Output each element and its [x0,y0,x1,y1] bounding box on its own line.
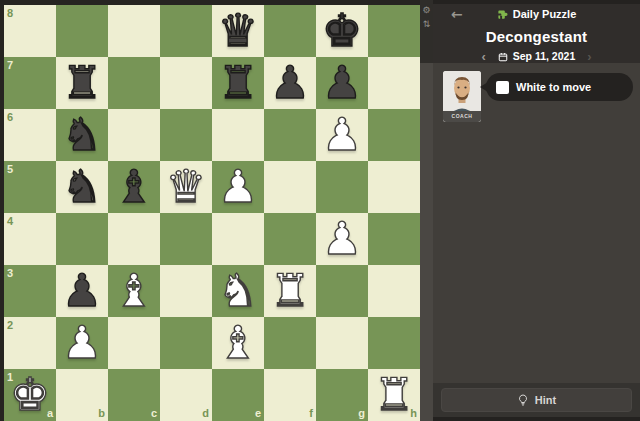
square-h3[interactable] [368,265,420,317]
square-a4[interactable]: 4 [4,213,56,265]
white-pawn-g4[interactable]: ♟ [316,213,368,265]
square-h5[interactable] [368,161,420,213]
square-d3[interactable] [160,265,212,317]
square-c4[interactable] [108,213,160,265]
white-bishop-e2[interactable]: ♝ [212,317,264,369]
file-label-d: d [202,408,209,419]
square-c6[interactable] [108,109,160,161]
square-f8[interactable] [264,5,316,57]
rank-label-6: 6 [7,112,13,123]
square-c1[interactable]: c [108,369,160,421]
black-queen-e8[interactable]: ♛ [212,5,264,57]
square-d1[interactable]: d [160,369,212,421]
white-pawn-e5[interactable]: ♟ [212,161,264,213]
daily-puzzle-icon [497,9,508,22]
puzzle-date[interactable]: Sep 11, 2021 [513,50,575,62]
black-rook-e7[interactable]: ♜ [212,57,264,109]
square-b4[interactable] [56,213,108,265]
square-a8[interactable]: 8 [4,5,56,57]
square-f5[interactable] [264,161,316,213]
square-h2[interactable] [368,317,420,369]
puzzle-title: Decongestant [433,28,640,45]
square-a7[interactable]: 7 [4,57,56,109]
next-puzzle-chevron[interactable]: › [587,49,591,64]
black-knight-b5[interactable]: ♞ [56,161,108,213]
coach-section: COACH White to move [433,63,640,383]
square-h4[interactable] [368,213,420,265]
chess-board[interactable]: 87654321abcdefgh♛♚♜♜♟♟♞♟♞♝♛♟♟♟♝♞♜♟♝♚♜ [4,5,420,421]
file-label-g: g [358,408,365,419]
rank-label-2: 2 [7,320,13,331]
square-b1[interactable]: b [56,369,108,421]
board-controls-rail: ⚙ ⇅ [420,0,433,421]
square-e4[interactable] [212,213,264,265]
black-rook-b7[interactable]: ♜ [56,57,108,109]
white-king-a1[interactable]: ♚ [4,369,56,421]
lightbulb-icon [517,394,529,406]
file-label-f: f [309,408,313,419]
date-navigation: ‹ Sep 11, 2021› [433,49,640,64]
puzzle-header: ← Daily Puzzle Decongestant ‹ [433,4,640,63]
prev-puzzle-chevron[interactable]: ‹ [481,49,485,64]
coach-avatar: COACH [443,71,481,122]
black-pawn-f7[interactable]: ♟ [264,57,316,109]
rank-label-7: 7 [7,60,13,71]
rank-label-8: 8 [7,8,13,19]
black-bishop-c5[interactable]: ♝ [108,161,160,213]
rank-label-5: 5 [7,164,13,175]
white-rook-h1[interactable]: ♜ [368,369,420,421]
square-g2[interactable] [316,317,368,369]
rank-label-3: 3 [7,268,13,279]
file-label-c: c [151,408,157,419]
white-queen-d5[interactable]: ♛ [160,161,212,213]
puzzle-mode-label: Daily Puzzle [513,8,577,20]
square-f1[interactable]: f [264,369,316,421]
black-pawn-g7[interactable]: ♟ [316,57,368,109]
square-h8[interactable] [368,5,420,57]
coach-label: COACH [443,111,481,122]
square-c7[interactable] [108,57,160,109]
square-a2[interactable]: 2 [4,317,56,369]
square-a6[interactable]: 6 [4,109,56,161]
white-pawn-b2[interactable]: ♟ [56,317,108,369]
settings-gear-icon[interactable]: ⚙ [420,4,433,16]
white-to-move-icon [496,81,509,94]
flip-board-icon[interactable]: ⇅ [420,18,433,30]
square-h7[interactable] [368,57,420,109]
black-king-g8[interactable]: ♚ [316,5,368,57]
black-knight-b6[interactable]: ♞ [56,109,108,161]
daily-puzzle-page: 87654321abcdefgh♛♚♜♜♟♟♞♟♞♝♛♟♟♟♝♞♜♟♝♚♜ ⚙ … [0,0,640,421]
white-knight-e3[interactable]: ♞ [212,265,264,317]
coach-message-bubble: White to move [486,73,633,101]
square-e1[interactable]: e [212,369,264,421]
white-rook-f3[interactable]: ♜ [264,265,316,317]
white-pawn-g6[interactable]: ♟ [316,109,368,161]
rank-label-4: 4 [7,216,13,227]
white-bishop-c3[interactable]: ♝ [108,265,160,317]
side-to-move-text: White to move [516,81,591,93]
square-b8[interactable] [56,5,108,57]
square-g5[interactable] [316,161,368,213]
square-d8[interactable] [160,5,212,57]
window-bottom-edge [433,417,640,421]
square-d6[interactable] [160,109,212,161]
board-area: 87654321abcdefgh♛♚♜♜♟♟♞♟♞♝♛♟♟♟♝♞♜♟♝♚♜ [0,0,420,421]
puzzle-sidebar: ⚙ ⇅ ← Daily Puzzle Decongestant ‹ [420,0,640,421]
file-label-e: e [255,408,261,419]
square-d4[interactable] [160,213,212,265]
square-c2[interactable] [108,317,160,369]
hint-bar: Hint [433,383,640,417]
square-a3[interactable]: 3 [4,265,56,317]
file-label-b: b [98,408,105,419]
square-f4[interactable] [264,213,316,265]
square-d7[interactable] [160,57,212,109]
square-f6[interactable] [264,109,316,161]
square-c8[interactable] [108,5,160,57]
sidebar-panel: ← Daily Puzzle Decongestant ‹ [433,0,640,421]
bubble-tail [480,82,488,92]
square-g1[interactable]: g [316,369,368,421]
hint-button[interactable]: Hint [441,388,632,412]
square-g3[interactable] [316,265,368,317]
hint-label: Hint [535,394,556,406]
square-d2[interactable] [160,317,212,369]
square-e6[interactable] [212,109,264,161]
puzzle-mode-row: Daily Puzzle [433,8,640,22]
black-pawn-b3[interactable]: ♟ [56,265,108,317]
square-a5[interactable]: 5 [4,161,56,213]
square-f2[interactable] [264,317,316,369]
square-h6[interactable] [368,109,420,161]
